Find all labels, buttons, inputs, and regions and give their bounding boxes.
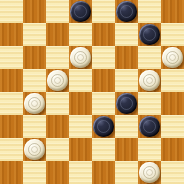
- square-r4c2: [46, 92, 69, 115]
- square-r2c2: [46, 46, 69, 69]
- square-r5c4[interactable]: [92, 115, 115, 138]
- square-r2c6: [138, 46, 161, 69]
- square-r7c6[interactable]: [138, 161, 161, 184]
- white-man[interactable]: [139, 70, 160, 91]
- white-man[interactable]: [24, 139, 45, 160]
- square-r5c6[interactable]: [138, 115, 161, 138]
- square-r7c1: [23, 161, 46, 184]
- white-man[interactable]: [24, 93, 45, 114]
- square-r1c0[interactable]: [0, 23, 23, 46]
- square-r0c0: [0, 0, 23, 23]
- square-r6c0: [0, 138, 23, 161]
- square-r0c5[interactable]: [115, 0, 138, 23]
- black-man[interactable]: [116, 1, 137, 22]
- square-r5c5: [115, 115, 138, 138]
- square-r4c7[interactable]: [161, 92, 184, 115]
- square-r4c0: [0, 92, 23, 115]
- square-r6c2: [46, 138, 69, 161]
- square-r6c7[interactable]: [161, 138, 184, 161]
- square-r0c4: [92, 0, 115, 23]
- square-r4c4: [92, 92, 115, 115]
- square-r0c3[interactable]: [69, 0, 92, 23]
- square-r2c1[interactable]: [23, 46, 46, 69]
- square-r3c3: [69, 69, 92, 92]
- square-r1c1: [23, 23, 46, 46]
- square-r3c6[interactable]: [138, 69, 161, 92]
- square-r1c5: [115, 23, 138, 46]
- square-r4c6: [138, 92, 161, 115]
- square-r5c2[interactable]: [46, 115, 69, 138]
- black-man[interactable]: [139, 24, 160, 45]
- square-r0c2: [46, 0, 69, 23]
- square-r3c4[interactable]: [92, 69, 115, 92]
- square-r7c3: [69, 161, 92, 184]
- square-r3c2[interactable]: [46, 69, 69, 92]
- square-r2c0: [0, 46, 23, 69]
- square-r4c5[interactable]: [115, 92, 138, 115]
- white-man[interactable]: [139, 162, 160, 183]
- square-r5c3: [69, 115, 92, 138]
- square-r2c4: [92, 46, 115, 69]
- square-r7c4[interactable]: [92, 161, 115, 184]
- square-r5c0[interactable]: [0, 115, 23, 138]
- square-r3c5: [115, 69, 138, 92]
- square-r4c1[interactable]: [23, 92, 46, 115]
- square-r7c0[interactable]: [0, 161, 23, 184]
- square-r6c3[interactable]: [69, 138, 92, 161]
- square-r7c5: [115, 161, 138, 184]
- square-r1c4[interactable]: [92, 23, 115, 46]
- square-r7c2[interactable]: [46, 161, 69, 184]
- square-r1c7: [161, 23, 184, 46]
- square-r0c1[interactable]: [23, 0, 46, 23]
- black-man[interactable]: [139, 116, 160, 137]
- square-r0c6: [138, 0, 161, 23]
- square-r0c7[interactable]: [161, 0, 184, 23]
- white-man[interactable]: [47, 70, 68, 91]
- black-man[interactable]: [93, 116, 114, 137]
- square-r6c6: [138, 138, 161, 161]
- square-r3c7: [161, 69, 184, 92]
- square-r5c7: [161, 115, 184, 138]
- square-r6c4: [92, 138, 115, 161]
- black-man[interactable]: [116, 93, 137, 114]
- square-r2c7[interactable]: [161, 46, 184, 69]
- square-r2c3[interactable]: [69, 46, 92, 69]
- white-man[interactable]: [162, 47, 183, 68]
- square-r7c7: [161, 161, 184, 184]
- square-r6c5[interactable]: [115, 138, 138, 161]
- black-man[interactable]: [70, 1, 91, 22]
- square-r6c1[interactable]: [23, 138, 46, 161]
- square-r5c1: [23, 115, 46, 138]
- square-r1c2[interactable]: [46, 23, 69, 46]
- square-r1c3: [69, 23, 92, 46]
- checkers-board: [0, 0, 184, 184]
- square-r3c0[interactable]: [0, 69, 23, 92]
- square-r3c1: [23, 69, 46, 92]
- square-r2c5[interactable]: [115, 46, 138, 69]
- white-man[interactable]: [70, 47, 91, 68]
- square-r1c6[interactable]: [138, 23, 161, 46]
- square-r4c3[interactable]: [69, 92, 92, 115]
